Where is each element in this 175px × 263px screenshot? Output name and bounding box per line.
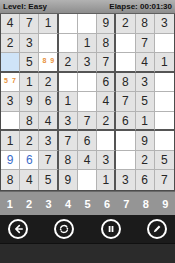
refresh-icon xyxy=(58,223,70,235)
cell-r5c7[interactable]: 7 xyxy=(116,92,135,112)
cell-r5c9[interactable] xyxy=(155,92,174,112)
cell-r7c5[interactable]: 6 xyxy=(78,131,97,151)
numpad-key-9[interactable]: 9 xyxy=(156,198,175,210)
cell-r1c9[interactable]: 3 xyxy=(155,14,174,34)
numpad-key-5[interactable]: 5 xyxy=(78,198,97,210)
numpad-key-1[interactable]: 1 xyxy=(0,198,19,210)
cell-r3c8[interactable]: 4 xyxy=(136,53,155,73)
numpad-key-6[interactable]: 6 xyxy=(97,198,116,210)
cell-r9c7[interactable]: 3 xyxy=(116,170,135,190)
cell-r7c7[interactable] xyxy=(116,131,135,151)
cell-r9c4[interactable]: 9 xyxy=(59,170,78,190)
cell-r4c1[interactable]: 57 xyxy=(1,73,20,93)
cell-r7c9[interactable] xyxy=(155,131,174,151)
cell-r8c9[interactable]: 5 xyxy=(155,151,174,171)
cell-r4c3[interactable]: 2 xyxy=(39,73,58,93)
sudoku-grid: 4719283231875892374157126833961475843726… xyxy=(0,14,175,191)
cell-r9c3[interactable]: 5 xyxy=(39,170,58,190)
cell-r9c9[interactable]: 7 xyxy=(155,170,174,190)
pencil-icon xyxy=(151,223,163,235)
pencil-marks-r3c3: 89 xyxy=(42,52,54,70)
cell-r8c3[interactable]: 7 xyxy=(39,151,58,171)
cell-r2c7[interactable] xyxy=(116,34,135,54)
cell-r7c1[interactable]: 1 xyxy=(1,131,20,151)
pause-button[interactable] xyxy=(101,219,121,239)
back-arrow-icon xyxy=(12,223,24,235)
cell-r8c6[interactable]: 3 xyxy=(97,151,116,171)
cell-r5c3[interactable]: 6 xyxy=(39,92,58,112)
cell-r9c2[interactable]: 4 xyxy=(20,170,39,190)
cell-r3c9[interactable]: 1 xyxy=(155,53,174,73)
numpad: 123456789 xyxy=(0,191,175,215)
pencil-marks-r4c1: 57 xyxy=(4,72,16,91)
numpad-key-3[interactable]: 3 xyxy=(39,198,58,210)
cell-r8c4[interactable]: 8 xyxy=(59,151,78,171)
cell-r4c4[interactable] xyxy=(59,73,78,93)
cell-r7c6[interactable] xyxy=(97,131,116,151)
cell-r1c7[interactable]: 2 xyxy=(116,14,135,34)
cell-r8c2[interactable]: 6 xyxy=(20,151,39,171)
cell-r1c4[interactable] xyxy=(59,14,78,34)
toolbar-filler xyxy=(0,243,175,263)
cell-r1c5[interactable] xyxy=(78,14,97,34)
cell-r8c8[interactable]: 2 xyxy=(136,151,155,171)
cell-r7c2[interactable]: 2 xyxy=(20,131,39,151)
back-button[interactable] xyxy=(8,219,28,239)
cell-r6c8[interactable]: 1 xyxy=(136,112,155,132)
cell-r6c9[interactable] xyxy=(155,112,174,132)
cell-r6c2[interactable]: 8 xyxy=(20,112,39,132)
cell-r2c1[interactable]: 2 xyxy=(1,34,20,54)
pause-icon xyxy=(105,223,117,235)
cell-r4c2[interactable]: 1 xyxy=(20,73,39,93)
cell-r6c3[interactable]: 4 xyxy=(39,112,58,132)
cell-r9c8[interactable]: 6 xyxy=(136,170,155,190)
restart-button[interactable] xyxy=(54,219,74,239)
cell-r4c6[interactable]: 6 xyxy=(97,73,116,93)
numpad-key-2[interactable]: 2 xyxy=(19,198,38,210)
cell-r1c2[interactable]: 7 xyxy=(20,14,39,34)
cell-r3c1[interactable] xyxy=(1,53,20,73)
edit-button[interactable] xyxy=(147,219,167,239)
cell-r8c7[interactable] xyxy=(116,151,135,171)
cell-r2c8[interactable]: 7 xyxy=(136,34,155,54)
cell-r2c6[interactable]: 8 xyxy=(97,34,116,54)
cell-r1c1[interactable]: 4 xyxy=(1,14,20,34)
cell-r2c5[interactable]: 1 xyxy=(78,34,97,54)
cell-r6c1[interactable] xyxy=(1,112,20,132)
cell-r9c1[interactable]: 8 xyxy=(1,170,20,190)
cell-r5c2[interactable]: 9 xyxy=(20,92,39,112)
cell-r2c4[interactable] xyxy=(59,34,78,54)
cell-r2c9[interactable] xyxy=(155,34,174,54)
cell-r5c1[interactable]: 3 xyxy=(1,92,20,112)
numpad-key-4[interactable]: 4 xyxy=(58,198,77,210)
cell-r1c6[interactable]: 9 xyxy=(97,14,116,34)
cell-r3c6[interactable]: 7 xyxy=(97,53,116,73)
cell-r4c5[interactable] xyxy=(78,73,97,93)
cell-r6c5[interactable]: 7 xyxy=(78,112,97,132)
cell-r4c9[interactable] xyxy=(155,73,174,93)
toolbar xyxy=(0,215,175,263)
cell-r3c7[interactable] xyxy=(116,53,135,73)
cell-r2c3[interactable] xyxy=(39,34,58,54)
cell-r7c8[interactable]: 9 xyxy=(136,131,155,151)
sudoku-app: Level: Easy Elapse: 00:01:30 47192832318… xyxy=(0,0,175,263)
cell-r6c4[interactable]: 3 xyxy=(59,112,78,132)
cell-r4c7[interactable]: 8 xyxy=(116,73,135,93)
cell-r5c5[interactable] xyxy=(78,92,97,112)
cell-r9c6[interactable]: 1 xyxy=(97,170,116,190)
cell-r8c5[interactable]: 4 xyxy=(78,151,97,171)
cell-r5c6[interactable]: 4 xyxy=(97,92,116,112)
cell-r6c6[interactable]: 2 xyxy=(97,112,116,132)
cell-r1c3[interactable]: 1 xyxy=(39,14,58,34)
cell-r7c3[interactable]: 3 xyxy=(39,131,58,151)
level-label: Level: Easy xyxy=(3,2,47,11)
cell-r6c7[interactable]: 6 xyxy=(116,112,135,132)
numpad-key-7[interactable]: 7 xyxy=(117,198,136,210)
numpad-key-8[interactable]: 8 xyxy=(136,198,155,210)
cell-r1c8[interactable]: 8 xyxy=(136,14,155,34)
cell-r3c5[interactable]: 3 xyxy=(78,53,97,73)
cell-r5c4[interactable]: 1 xyxy=(59,92,78,112)
elapse-timer: Elapse: 00:01:30 xyxy=(109,2,172,11)
cell-r2c2[interactable]: 3 xyxy=(20,34,39,54)
cell-r3c2[interactable]: 5 xyxy=(20,53,39,73)
cell-r3c3[interactable]: 89 xyxy=(39,53,58,73)
cell-r9c5[interactable] xyxy=(78,170,97,190)
cell-r5c8[interactable]: 5 xyxy=(136,92,155,112)
cell-r4c8[interactable]: 3 xyxy=(136,73,155,93)
cell-r7c4[interactable]: 7 xyxy=(59,131,78,151)
header-bar: Level: Easy Elapse: 00:01:30 xyxy=(0,0,175,14)
cell-r8c1[interactable]: 9 xyxy=(1,151,20,171)
cell-r3c4[interactable]: 2 xyxy=(59,53,78,73)
toolbar-buttons-row xyxy=(0,215,175,243)
